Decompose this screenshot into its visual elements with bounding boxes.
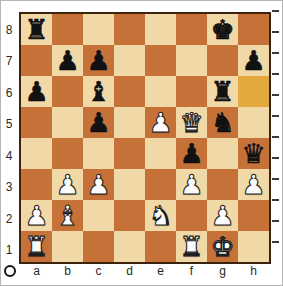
square-d5[interactable] bbox=[114, 107, 145, 138]
file-label-c: c bbox=[83, 264, 114, 278]
file-label-a: a bbox=[21, 264, 52, 278]
square-c4[interactable] bbox=[83, 138, 114, 169]
square-a4[interactable] bbox=[21, 138, 52, 169]
square-g4[interactable] bbox=[207, 138, 238, 169]
piece-black-rook[interactable]: ♜ bbox=[210, 76, 234, 107]
file-label-e: e bbox=[145, 264, 176, 278]
square-h5[interactable] bbox=[238, 107, 269, 138]
square-d4[interactable] bbox=[114, 138, 145, 169]
piece-white-king[interactable]: ♚ bbox=[210, 231, 234, 262]
file-label-b: b bbox=[52, 264, 83, 278]
piece-black-bishop[interactable]: ♝ bbox=[86, 76, 110, 107]
file-label-f: f bbox=[176, 264, 207, 278]
piece-black-knight[interactable]: ♞ bbox=[210, 107, 234, 138]
square-b3[interactable]: ♟ bbox=[52, 169, 83, 200]
square-d7[interactable] bbox=[114, 45, 145, 76]
square-h6[interactable] bbox=[238, 76, 269, 107]
square-e5[interactable]: ♟ bbox=[145, 107, 176, 138]
white-to-move-indicator-icon bbox=[4, 265, 16, 277]
square-e7[interactable] bbox=[145, 45, 176, 76]
file-label-h: h bbox=[238, 264, 269, 278]
square-b5[interactable] bbox=[52, 107, 83, 138]
square-a5[interactable] bbox=[21, 107, 52, 138]
square-b6[interactable] bbox=[52, 76, 83, 107]
piece-black-rook[interactable]: ♜ bbox=[24, 14, 48, 45]
square-h1[interactable] bbox=[238, 231, 269, 262]
square-e8[interactable] bbox=[145, 14, 176, 45]
piece-white-rook[interactable]: ♜ bbox=[24, 231, 48, 262]
rank-label-3: 3 bbox=[1, 172, 17, 204]
square-e6[interactable] bbox=[145, 76, 176, 107]
square-f7[interactable] bbox=[176, 45, 207, 76]
piece-black-pawn[interactable]: ♟ bbox=[179, 138, 203, 169]
square-a6[interactable]: ♟ bbox=[21, 76, 52, 107]
square-g7[interactable] bbox=[207, 45, 238, 76]
square-c3[interactable]: ♟ bbox=[83, 169, 114, 200]
square-d3[interactable] bbox=[114, 169, 145, 200]
square-h7[interactable]: ♟ bbox=[238, 45, 269, 76]
piece-black-pawn[interactable]: ♟ bbox=[241, 45, 265, 76]
square-d6[interactable] bbox=[114, 76, 145, 107]
square-a1[interactable]: ♜ bbox=[21, 231, 52, 262]
rank-label-2: 2 bbox=[1, 203, 17, 235]
piece-white-knight[interactable]: ♞ bbox=[148, 200, 172, 231]
square-f2[interactable] bbox=[176, 200, 207, 231]
square-c1[interactable] bbox=[83, 231, 114, 262]
square-g3[interactable] bbox=[207, 169, 238, 200]
square-e4[interactable] bbox=[145, 138, 176, 169]
piece-white-pawn[interactable]: ♟ bbox=[86, 169, 110, 200]
rank-labels: 87654321 bbox=[1, 14, 17, 266]
square-b4[interactable] bbox=[52, 138, 83, 169]
chess-board: ♜♚♟♟♟♟♝♜♟♟♛♞♟♛♟♟♟♟♟♝♞♟♜♜♚ bbox=[19, 12, 271, 264]
square-c2[interactable] bbox=[83, 200, 114, 231]
piece-white-queen[interactable]: ♛ bbox=[179, 107, 203, 138]
square-g1[interactable]: ♚ bbox=[207, 231, 238, 262]
rank-label-1: 1 bbox=[1, 235, 17, 267]
square-f3[interactable]: ♟ bbox=[176, 169, 207, 200]
square-a3[interactable] bbox=[21, 169, 52, 200]
square-f5[interactable]: ♛ bbox=[176, 107, 207, 138]
square-d2[interactable] bbox=[114, 200, 145, 231]
square-b1[interactable] bbox=[52, 231, 83, 262]
square-b7[interactable]: ♟ bbox=[52, 45, 83, 76]
rank-label-6: 6 bbox=[1, 77, 17, 109]
square-e1[interactable] bbox=[145, 231, 176, 262]
piece-black-pawn[interactable]: ♟ bbox=[24, 76, 48, 107]
square-h4[interactable]: ♛ bbox=[238, 138, 269, 169]
piece-white-rook[interactable]: ♜ bbox=[179, 231, 203, 262]
square-h8[interactable] bbox=[238, 14, 269, 45]
piece-black-pawn[interactable]: ♟ bbox=[55, 45, 79, 76]
square-f1[interactable]: ♜ bbox=[176, 231, 207, 262]
square-b8[interactable] bbox=[52, 14, 83, 45]
square-f8[interactable] bbox=[176, 14, 207, 45]
square-g8[interactable]: ♚ bbox=[207, 14, 238, 45]
square-e2[interactable]: ♞ bbox=[145, 200, 176, 231]
square-c5[interactable]: ♟ bbox=[83, 107, 114, 138]
piece-white-pawn[interactable]: ♟ bbox=[24, 200, 48, 231]
piece-black-pawn[interactable]: ♟ bbox=[86, 45, 110, 76]
square-c7[interactable]: ♟ bbox=[83, 45, 114, 76]
rank-label-4: 4 bbox=[1, 140, 17, 172]
square-a2[interactable]: ♟ bbox=[21, 200, 52, 231]
rank-label-8: 8 bbox=[1, 14, 17, 46]
square-a7[interactable] bbox=[21, 45, 52, 76]
square-d8[interactable] bbox=[114, 14, 145, 45]
rank-label-5: 5 bbox=[1, 109, 17, 141]
piece-white-pawn[interactable]: ♟ bbox=[148, 107, 172, 138]
piece-white-pawn[interactable]: ♟ bbox=[210, 200, 234, 231]
piece-white-pawn[interactable]: ♟ bbox=[55, 169, 79, 200]
file-labels: abcdefgh bbox=[21, 264, 269, 278]
file-label-d: d bbox=[114, 264, 145, 278]
piece-white-pawn[interactable]: ♟ bbox=[241, 169, 265, 200]
square-g2[interactable]: ♟ bbox=[207, 200, 238, 231]
square-e3[interactable] bbox=[145, 169, 176, 200]
piece-black-pawn[interactable]: ♟ bbox=[86, 107, 110, 138]
piece-white-pawn[interactable]: ♟ bbox=[179, 169, 203, 200]
right-edge-ticks bbox=[272, 10, 279, 260]
square-f6[interactable] bbox=[176, 76, 207, 107]
piece-black-king[interactable]: ♚ bbox=[210, 14, 234, 45]
square-b2[interactable]: ♝ bbox=[52, 200, 83, 231]
rank-label-7: 7 bbox=[1, 46, 17, 78]
file-label-g: g bbox=[207, 264, 238, 278]
square-f4[interactable]: ♟ bbox=[176, 138, 207, 169]
square-c8[interactable] bbox=[83, 14, 114, 45]
square-a8[interactable]: ♜ bbox=[21, 14, 52, 45]
chess-diagram: 87654321 ♜♚♟♟♟♟♝♜♟♟♛♞♟♛♟♟♟♟♟♝♞♟♜♜♚ abcde… bbox=[0, 0, 283, 286]
piece-black-queen[interactable]: ♛ bbox=[241, 138, 265, 169]
square-g5[interactable]: ♞ bbox=[207, 107, 238, 138]
square-h2[interactable] bbox=[238, 200, 269, 231]
square-g6[interactable]: ♜ bbox=[207, 76, 238, 107]
piece-white-bishop[interactable]: ♝ bbox=[55, 200, 79, 231]
square-c6[interactable]: ♝ bbox=[83, 76, 114, 107]
square-d1[interactable] bbox=[114, 231, 145, 262]
square-h3[interactable]: ♟ bbox=[238, 169, 269, 200]
